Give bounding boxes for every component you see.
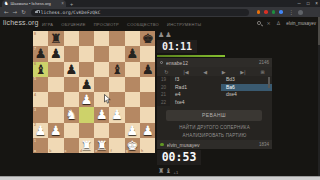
- extension-icon[interactable]: [257, 10, 261, 14]
- square-b1[interactable]: b: [48, 138, 63, 153]
- move-nav-bar: ↻|◀◀▶▶|⊞: [157, 67, 272, 76]
- lichess-favicon-icon: ♞: [4, 1, 8, 6]
- square-b6[interactable]: [48, 62, 63, 77]
- black-king[interactable]: ♚: [140, 31, 155, 46]
- captured-tray-top: ♟♟: [158, 31, 172, 39]
- square-d1[interactable]: d♜: [79, 138, 94, 153]
- square-g3[interactable]: [125, 107, 140, 122]
- square-g8[interactable]: [125, 31, 140, 46]
- new-opponent-button[interactable]: НАЙТИ ДРУГОГО СОПЕРНИКА: [157, 125, 272, 130]
- post-game-actions: РЕВАНШ НАЙТИ ДРУГОГО СОПЕРНИКА АНАЛИЗИРО…: [157, 106, 272, 140]
- site-menu: ИГРАОБУЧЕНИЕПРОСМОТРСООБЩЕСТВОИНСТРУМЕНТ…: [42, 22, 201, 27]
- square-e2[interactable]: [94, 123, 109, 138]
- lichess-logo[interactable]: lichess.org: [3, 19, 39, 26]
- square-c6[interactable]: ♟: [64, 62, 79, 77]
- square-h1[interactable]: h: [140, 138, 155, 153]
- player-bottom-name[interactable]: elvin_musayev: [167, 142, 256, 148]
- maximize-button[interactable]: □: [307, 1, 310, 6]
- rematch-button[interactable]: РЕВАНШ: [166, 110, 262, 121]
- menu-item-сообщество[interactable]: СООБЩЕСТВО: [127, 22, 159, 27]
- clock-time-bar: [157, 55, 225, 57]
- move-list-scrollbar[interactable]: [268, 77, 270, 88]
- square-c2[interactable]: [64, 123, 79, 138]
- square-d2[interactable]: [79, 123, 94, 138]
- square-h3[interactable]: [140, 107, 155, 122]
- move-list[interactable]: 19f3Bd320Rad1Ba621e4dxe422fxe4: [157, 76, 272, 106]
- black-pawn[interactable]: ♟: [140, 62, 155, 77]
- square-g5[interactable]: [125, 77, 140, 92]
- cycle-icon[interactable]: ↻: [164, 69, 168, 75]
- black-pawn[interactable]: ♟: [125, 46, 140, 61]
- square-d8[interactable]: [79, 31, 94, 46]
- clock-top: 01:11: [157, 40, 197, 53]
- square-a4[interactable]: 4: [33, 92, 48, 107]
- captured-pawn-icon: ♟: [158, 31, 164, 39]
- white-pawn[interactable]: ♟: [109, 107, 124, 122]
- square-g6[interactable]: [125, 62, 140, 77]
- white-pawn[interactable]: ♟: [140, 123, 155, 138]
- file-label: b: [49, 149, 51, 153]
- square-c5[interactable]: [64, 77, 79, 92]
- move-row: 20Rad1Ba6: [157, 84, 272, 92]
- black-pawn[interactable]: ♟: [64, 62, 79, 77]
- square-b8[interactable]: ♜: [48, 31, 63, 46]
- square-f4[interactable]: [109, 92, 124, 107]
- extension-icon[interactable]: [264, 10, 268, 14]
- browser-tab[interactable]: ♞ Шахматы • lichess.org ×: [2, 0, 66, 7]
- square-f8[interactable]: [109, 31, 124, 46]
- rank-label: 8: [34, 32, 36, 36]
- profile-avatar[interactable]: [298, 10, 303, 15]
- online-dot-icon: [160, 143, 164, 147]
- square-b3[interactable]: [48, 107, 63, 122]
- square-e5[interactable]: [94, 77, 109, 92]
- tab-strip: ♞ Шахматы • lichess.org × + ─ □ ×: [0, 0, 320, 7]
- player-row-bottom: elvin_musayev 1834: [157, 140, 272, 149]
- menu-item-просмотр[interactable]: ПРОСМОТР: [94, 22, 119, 27]
- move-19b[interactable]: Bd3: [221, 76, 272, 84]
- move-number: 22: [157, 99, 170, 107]
- square-f3[interactable]: ♟: [109, 107, 124, 122]
- captured-tray-bottom: ♜♝+1: [158, 167, 178, 175]
- browser-toolbar: ← → ↻ lichess.org/CvKDeFzQkC ⋮: [0, 7, 320, 17]
- square-a2[interactable]: 2♟: [33, 123, 48, 138]
- black-pawn[interactable]: ♟: [48, 46, 63, 61]
- reload-button[interactable]: ↻: [21, 9, 26, 15]
- white-rook[interactable]: ♜: [94, 138, 109, 153]
- move-20w[interactable]: Rad1: [170, 84, 221, 92]
- square-a7[interactable]: 7♟: [33, 46, 48, 61]
- square-e8[interactable]: [94, 31, 109, 46]
- window-controls: ─ □ ×: [297, 0, 318, 7]
- move-number: 20: [157, 84, 170, 92]
- square-b4[interactable]: [48, 92, 63, 107]
- black-pawn[interactable]: ♟: [33, 46, 48, 61]
- square-f7[interactable]: [109, 46, 124, 61]
- square-c8[interactable]: [64, 31, 79, 46]
- square-f5[interactable]: [109, 77, 124, 92]
- file-label: a: [34, 149, 36, 153]
- white-pawn[interactable]: ♟: [79, 92, 94, 107]
- move-number: 19: [157, 76, 170, 84]
- player-bottom-rating: 1834: [259, 142, 269, 147]
- captured-pawn-icon: ♟: [165, 31, 171, 39]
- square-a3[interactable]: 3: [33, 107, 48, 122]
- last-move-icon[interactable]: ▶|: [240, 69, 246, 75]
- prev-move-icon[interactable]: ◀: [203, 69, 207, 75]
- minimize-button[interactable]: ─: [297, 1, 300, 6]
- move-22b[interactable]: [221, 99, 272, 107]
- move-20b[interactable]: Ba6: [221, 84, 272, 92]
- url-bar[interactable]: lichess.org/CvKDeFzQkC: [31, 9, 249, 16]
- menu-item-игра[interactable]: ИГРА: [42, 22, 53, 27]
- white-pawn[interactable]: ♟: [48, 123, 63, 138]
- square-d3[interactable]: [79, 107, 94, 122]
- square-g4[interactable]: [125, 92, 140, 107]
- clock-bottom: 00:53: [157, 150, 201, 165]
- extension-icon[interactable]: [279, 10, 283, 14]
- square-b2[interactable]: ♟: [48, 123, 63, 138]
- move-number: 21: [157, 91, 170, 99]
- rank-label: 1: [34, 139, 36, 143]
- square-c7[interactable]: [64, 46, 79, 61]
- square-h8[interactable]: ♚: [140, 31, 155, 46]
- black-bishop[interactable]: ♝: [33, 62, 48, 77]
- player-top-rating: 2146: [259, 60, 269, 65]
- file-label: h: [141, 149, 143, 153]
- mouse-cursor: [104, 94, 111, 104]
- square-e1[interactable]: e♜: [94, 138, 109, 153]
- white-pawn[interactable]: ♟: [125, 123, 140, 138]
- white-pawn[interactable]: ♟: [33, 123, 48, 138]
- material-advantage: +1: [174, 170, 179, 175]
- square-e6[interactable]: [94, 62, 109, 77]
- square-g2[interactable]: ♟: [125, 123, 140, 138]
- square-f6[interactable]: ♝: [109, 62, 124, 77]
- header-right: × Δ elvin_musayev: [257, 20, 316, 26]
- browser-menu-icon[interactable]: ⋮: [289, 9, 294, 15]
- move-22w[interactable]: fxe4: [170, 99, 221, 107]
- first-move-icon[interactable]: |◀: [183, 69, 189, 75]
- url-text: lichess.org/CvKDeFzQkC: [41, 10, 101, 15]
- square-h6[interactable]: ♟: [140, 62, 155, 77]
- square-a1[interactable]: a1: [33, 138, 48, 153]
- square-h4[interactable]: [140, 92, 155, 107]
- square-c4[interactable]: [64, 92, 79, 107]
- player-row-top: ensabe12 2146: [157, 58, 272, 67]
- extension-icon[interactable]: [272, 10, 276, 14]
- square-a8[interactable]: 8: [33, 31, 48, 46]
- square-h5[interactable]: [140, 77, 155, 92]
- square-c1[interactable]: c: [64, 138, 79, 153]
- close-button[interactable]: ×: [315, 1, 318, 6]
- file-label: f: [110, 149, 111, 153]
- square-a5[interactable]: 5: [33, 77, 48, 92]
- rank-label: 3: [34, 108, 36, 112]
- bell-icon[interactable]: Δ: [277, 20, 280, 26]
- square-h7[interactable]: [140, 46, 155, 61]
- challenge-icon[interactable]: ×: [267, 20, 271, 26]
- square-b7[interactable]: ♟: [48, 46, 63, 61]
- move-21w[interactable]: e4: [170, 91, 221, 99]
- rank-label: 5: [34, 77, 36, 81]
- analysis-board-icon[interactable]: ⊞: [260, 69, 264, 75]
- move-row: 21e4dxe4: [157, 91, 272, 99]
- square-h2[interactable]: ♟: [140, 123, 155, 138]
- black-bishop[interactable]: ♝: [109, 62, 124, 77]
- square-d5[interactable]: ♟: [79, 77, 94, 92]
- offline-dot-icon: [160, 61, 163, 64]
- square-g7[interactable]: ♟: [125, 46, 140, 61]
- square-g1[interactable]: g♚: [125, 138, 140, 153]
- square-f1[interactable]: f: [109, 138, 124, 153]
- black-pawn[interactable]: ♟: [79, 77, 94, 92]
- tab-title: Шахматы • lichess.org: [10, 1, 59, 6]
- back-button[interactable]: ←: [4, 9, 9, 15]
- next-move-icon[interactable]: ▶: [222, 69, 226, 75]
- white-pawn[interactable]: ♟: [94, 107, 109, 122]
- extension-icons: [257, 10, 283, 14]
- forward-button[interactable]: →: [13, 9, 18, 15]
- player-top-name[interactable]: ensabe12: [166, 60, 256, 66]
- lock-icon: [35, 11, 38, 14]
- header-username[interactable]: elvin_musayev: [286, 21, 316, 26]
- white-knight[interactable]: ♞: [64, 107, 79, 122]
- square-c3[interactable]: ♞: [64, 107, 79, 122]
- search-icon[interactable]: [257, 21, 261, 25]
- menu-item-инструменты[interactable]: ИНСТРУМЕНТЫ: [167, 22, 201, 27]
- square-e7[interactable]: [94, 46, 109, 61]
- taskbar: [0, 176, 320, 180]
- move-row: 19f3Bd3: [157, 76, 272, 84]
- menu-item-обучение[interactable]: ОБУЧЕНИЕ: [61, 22, 85, 27]
- square-e3[interactable]: ♟: [94, 107, 109, 122]
- square-d7[interactable]: [79, 46, 94, 61]
- rank-label: 4: [34, 93, 36, 97]
- file-label: c: [65, 149, 67, 153]
- tab-close-icon[interactable]: ×: [61, 1, 64, 6]
- white-king[interactable]: ♚: [125, 138, 140, 153]
- white-rook[interactable]: ♜: [79, 138, 94, 153]
- captured-rook-icon: ♜: [158, 167, 164, 175]
- move-19w[interactable]: f3: [170, 76, 221, 84]
- square-d4[interactable]: ♟: [79, 92, 94, 107]
- square-a6[interactable]: 6♝: [33, 62, 48, 77]
- move-row: 22fxe4: [157, 99, 272, 107]
- square-b5[interactable]: [48, 77, 63, 92]
- black-rook[interactable]: ♜: [48, 31, 63, 46]
- move-21b[interactable]: dxe4: [221, 91, 272, 99]
- game-panel: ♟♟ 01:11 ensabe12 2146 ↻|◀◀▶▶|⊞ 19f3Bd32…: [157, 31, 272, 176]
- square-f2[interactable]: [109, 123, 124, 138]
- analyze-game-button[interactable]: АНАЛИЗИРОВАТЬ ПАРТИЮ: [157, 133, 272, 138]
- square-d6[interactable]: [79, 62, 94, 77]
- captured-bishop-icon: ♝: [165, 167, 171, 175]
- chess-board[interactable]: 8♜♚7♟♟♟6♝♟♝♟5♟4♟3♞♟♟2♟♟♟♟a1bcd♜e♜fg♚h: [33, 31, 155, 153]
